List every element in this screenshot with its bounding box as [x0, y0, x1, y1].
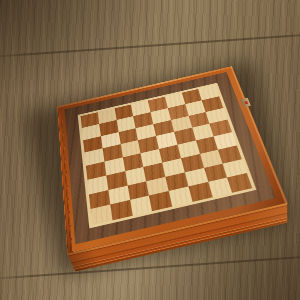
square-r6c1[interactable]: [108, 185, 130, 204]
square-r5c4[interactable]: [162, 158, 184, 176]
square-r7c5[interactable]: [188, 182, 212, 202]
square-r5c2[interactable]: [125, 167, 146, 186]
square-r6c3[interactable]: [146, 176, 168, 195]
floor-plank-seam: [0, 31, 300, 58]
square-r6c6[interactable]: [204, 163, 228, 182]
hinge-tab: [56, 166, 63, 180]
square-r4c0[interactable]: [86, 162, 106, 180]
square-r4c5[interactable]: [177, 141, 199, 159]
square-r4c6[interactable]: [196, 136, 219, 153]
square-r7c0[interactable]: [91, 205, 113, 225]
square-r7c7[interactable]: [227, 173, 252, 193]
square-r5c6[interactable]: [199, 149, 222, 167]
square-r5c5[interactable]: [181, 154, 204, 172]
floor-plank-seam: [0, 253, 300, 280]
square-r7c3[interactable]: [149, 191, 172, 211]
square-r5c3[interactable]: [143, 162, 165, 180]
square-r7c4[interactable]: [169, 187, 193, 207]
square-r6c5[interactable]: [184, 168, 207, 187]
square-r7c6[interactable]: [208, 178, 232, 198]
square-r5c1[interactable]: [106, 171, 127, 190]
square-r4c3[interactable]: [141, 149, 162, 167]
square-r4c1[interactable]: [104, 157, 125, 175]
square-r6c7[interactable]: [223, 159, 247, 178]
square-r5c7[interactable]: [218, 145, 242, 163]
square-r6c4[interactable]: [165, 172, 188, 191]
wood-floor: [0, 0, 300, 300]
square-r7c2[interactable]: [130, 196, 153, 216]
square-r5c0[interactable]: [87, 175, 108, 194]
square-r4c4[interactable]: [159, 145, 181, 163]
square-r4c7[interactable]: [214, 132, 237, 149]
square-r7c1[interactable]: [110, 200, 132, 220]
square-r6c0[interactable]: [89, 190, 110, 210]
square-r6c2[interactable]: [127, 181, 149, 200]
square-r4c2[interactable]: [122, 153, 143, 171]
